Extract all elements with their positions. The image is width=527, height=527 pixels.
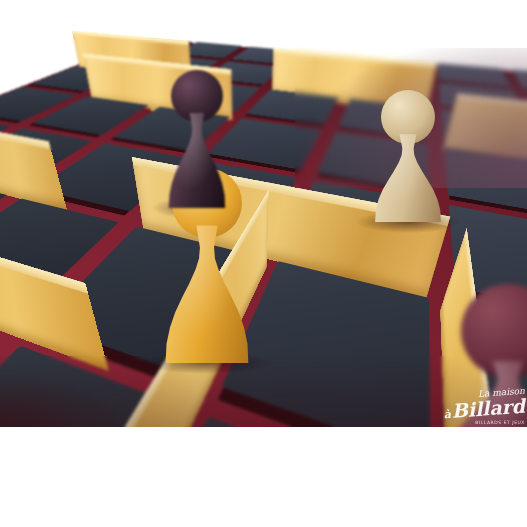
photo-bottom-margin [0,427,527,527]
pawn-body [373,134,443,222]
pawn-white[interactable] [373,90,443,222]
watermark-line3: BILLARDS ET JEUX [429,421,525,426]
brand-watermark: La maison àBillard BILLARDS ET JEUX [429,390,525,426]
pawn-body [167,113,227,208]
pawn-black[interactable] [167,70,227,208]
pawn-body [163,225,251,363]
quoridor-photo: La maison àBillard BILLARDS ET JEUX [0,0,527,527]
